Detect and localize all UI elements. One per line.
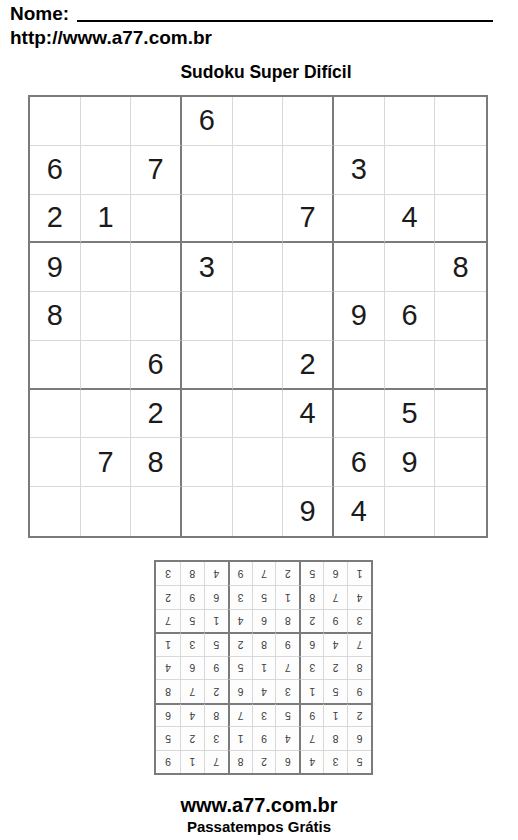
solution-cell-r3c2: 1 <box>323 703 347 726</box>
solution-cell-r8c5: 5 <box>252 585 276 608</box>
solution-cell-r5c8: 6 <box>180 656 204 679</box>
puzzle-cell-r5c2[interactable] <box>81 292 132 341</box>
puzzle-cell-r4c7[interactable] <box>334 243 385 292</box>
solution-cell-r4c6: 6 <box>228 679 252 702</box>
puzzle-cell-r2c6[interactable] <box>283 146 334 195</box>
puzzle-cell-r8c8[interactable]: 9 <box>385 438 436 487</box>
solution-cell-r1c5: 2 <box>252 750 276 773</box>
solution-cell-r6c7: 5 <box>204 632 228 655</box>
puzzle-cell-r8c1[interactable] <box>30 438 81 487</box>
solution-cell-r3c9: 6 <box>156 703 180 726</box>
solution-cell-r8c9: 2 <box>156 585 180 608</box>
solution-cell-r9c9: 3 <box>156 562 180 585</box>
puzzle-cell-r1c1[interactable] <box>30 97 81 146</box>
solution-cell-r2c2: 8 <box>323 726 347 749</box>
solution-cell-r5c9: 4 <box>156 656 180 679</box>
solution-cell-r9c8: 8 <box>180 562 204 585</box>
solution-cell-r5c3: 3 <box>299 656 323 679</box>
puzzle-cell-r6c4[interactable] <box>182 341 233 390</box>
solution-cell-r7c2: 9 <box>323 609 347 632</box>
puzzle-cell-r7c1[interactable] <box>30 390 81 439</box>
solution-cell-r4c9: 8 <box>156 679 180 702</box>
solution-cell-r3c3: 9 <box>299 703 323 726</box>
solution-cell-r6c5: 8 <box>252 632 276 655</box>
solution-cell-r7c4: 8 <box>275 609 299 632</box>
solution-grid: 5346287196874913252195378469513462788237… <box>154 560 373 775</box>
puzzle-cell-r9c3[interactable] <box>131 487 182 536</box>
puzzle-cell-r8c5[interactable] <box>233 438 284 487</box>
solution-cell-r4c1: 9 <box>347 679 371 702</box>
solution-cell-r2c7: 3 <box>204 726 228 749</box>
puzzle-cell-r8c9[interactable] <box>435 438 486 487</box>
puzzle-cell-r7c8[interactable]: 5 <box>385 390 436 439</box>
solution-cell-r8c7: 6 <box>204 585 228 608</box>
puzzle-cell-r3c4[interactable] <box>182 195 233 244</box>
puzzle-cell-r2c1[interactable]: 6 <box>30 146 81 195</box>
puzzle-cell-r6c3[interactable]: 6 <box>131 341 182 390</box>
puzzle-cell-r7c6[interactable]: 4 <box>283 390 334 439</box>
puzzle-cell-r4c4[interactable]: 3 <box>182 243 233 292</box>
solution-cell-r6c8: 3 <box>180 632 204 655</box>
puzzle-cell-r4c8[interactable] <box>385 243 436 292</box>
puzzle-cell-r2c7[interactable]: 3 <box>334 146 385 195</box>
footer-site-text: www.a77.com.br <box>0 794 518 817</box>
puzzle-cell-r4c6[interactable] <box>283 243 334 292</box>
puzzle-cell-r7c4[interactable] <box>182 390 233 439</box>
solution-cell-r1c8: 1 <box>180 750 204 773</box>
puzzle-cell-r2c4[interactable] <box>182 146 233 195</box>
solution-cell-r7c9: 7 <box>156 609 180 632</box>
puzzle-cell-r6c2[interactable] <box>81 341 132 390</box>
puzzle-cell-r2c9[interactable] <box>435 146 486 195</box>
solution-cell-r3c8: 4 <box>180 703 204 726</box>
puzzle-cell-r8c4[interactable] <box>182 438 233 487</box>
solution-cell-r7c1: 3 <box>347 609 371 632</box>
name-input-line[interactable] <box>77 4 493 22</box>
solution-cell-r8c8: 9 <box>180 585 204 608</box>
puzzle-cell-r4c9[interactable]: 8 <box>435 243 486 292</box>
puzzle-cell-r5c6[interactable] <box>283 292 334 341</box>
solution-cell-r3c6: 7 <box>228 703 252 726</box>
puzzle-grid: 6673217493889662245786994 <box>28 95 488 538</box>
puzzle-cell-r9c1[interactable] <box>30 487 81 536</box>
puzzle-cell-r6c8[interactable] <box>385 341 436 390</box>
solution-cell-r3c7: 8 <box>204 703 228 726</box>
solution-cell-r5c2: 2 <box>323 656 347 679</box>
solution-cell-r2c9: 5 <box>156 726 180 749</box>
solution-cell-r3c5: 3 <box>252 703 276 726</box>
solution-cell-r4c2: 5 <box>323 679 347 702</box>
puzzle-cell-r3c9[interactable] <box>435 195 486 244</box>
solution-cell-r4c7: 2 <box>204 679 228 702</box>
puzzle-cell-r4c1[interactable]: 9 <box>30 243 81 292</box>
puzzle-cell-r9c5[interactable] <box>233 487 284 536</box>
solution-cell-r5c7: 9 <box>204 656 228 679</box>
puzzle-cell-r4c2[interactable] <box>81 243 132 292</box>
puzzle-cell-r3c8[interactable]: 4 <box>385 195 436 244</box>
solution-cell-r3c1: 2 <box>347 703 371 726</box>
page-title: Sudoku Super Difícil <box>7 62 518 83</box>
solution-cell-r2c3: 7 <box>299 726 323 749</box>
puzzle-cell-r8c7[interactable]: 6 <box>334 438 385 487</box>
solution-cell-r5c5: 1 <box>252 656 276 679</box>
puzzle-cell-r6c5[interactable] <box>233 341 284 390</box>
puzzle-cell-r2c2[interactable] <box>81 146 132 195</box>
solution-cell-r5c1: 8 <box>347 656 371 679</box>
solution-cell-r2c1: 6 <box>347 726 371 749</box>
solution-cell-r7c5: 6 <box>252 609 276 632</box>
puzzle-cell-r5c4[interactable] <box>182 292 233 341</box>
solution-cell-r5c4: 7 <box>275 656 299 679</box>
solution-cell-r5c6: 5 <box>228 656 252 679</box>
puzzle-cell-r9c4[interactable] <box>182 487 233 536</box>
puzzle-cell-r7c9[interactable] <box>435 390 486 439</box>
solution-cell-r6c9: 1 <box>156 632 180 655</box>
solution-cell-r8c2: 7 <box>323 585 347 608</box>
puzzle-cell-r9c2[interactable] <box>81 487 132 536</box>
puzzle-cell-r5c5[interactable] <box>233 292 284 341</box>
solution-cell-r4c8: 7 <box>180 679 204 702</box>
solution-cell-r8c1: 4 <box>347 585 371 608</box>
solution-cell-r9c3: 5 <box>299 562 323 585</box>
puzzle-cell-r1c4[interactable]: 6 <box>182 97 233 146</box>
solution-cell-r6c3: 6 <box>299 632 323 655</box>
solution-cell-r1c1: 5 <box>347 750 371 773</box>
puzzle-cell-r2c8[interactable] <box>385 146 436 195</box>
puzzle-cell-r3c6[interactable]: 7 <box>283 195 334 244</box>
solution-cell-r8c3: 8 <box>299 585 323 608</box>
puzzle-cell-r3c3[interactable] <box>131 195 182 244</box>
puzzle-cell-r8c6[interactable] <box>283 438 334 487</box>
puzzle-cell-r4c3[interactable] <box>131 243 182 292</box>
name-label: Nome: <box>10 3 69 25</box>
puzzle-cell-r1c7[interactable] <box>334 97 385 146</box>
puzzle-cell-r6c6[interactable]: 2 <box>283 341 334 390</box>
puzzle-cell-r8c2[interactable]: 7 <box>81 438 132 487</box>
puzzle-cell-r3c2[interactable]: 1 <box>81 195 132 244</box>
puzzle-cell-r6c7[interactable] <box>334 341 385 390</box>
puzzle-cell-r1c5[interactable] <box>233 97 284 146</box>
solution-cell-r1c2: 3 <box>323 750 347 773</box>
puzzle-cell-r1c2[interactable] <box>81 97 132 146</box>
solution-cell-r1c6: 8 <box>228 750 252 773</box>
solution-cell-r2c5: 9 <box>252 726 276 749</box>
puzzle-cell-r6c9[interactable] <box>435 341 486 390</box>
solution-cell-r7c7: 1 <box>204 609 228 632</box>
puzzle-cell-r1c3[interactable] <box>131 97 182 146</box>
solution-cell-r9c4: 2 <box>275 562 299 585</box>
solution-cell-r1c7: 7 <box>204 750 228 773</box>
puzzle-cell-r7c3[interactable]: 2 <box>131 390 182 439</box>
solution-cell-r9c2: 6 <box>323 562 347 585</box>
solution-cell-r4c3: 1 <box>299 679 323 702</box>
solution-cell-r8c4: 1 <box>275 585 299 608</box>
puzzle-cell-r3c7[interactable] <box>334 195 385 244</box>
solution-cell-r2c8: 2 <box>180 726 204 749</box>
solution-cell-r4c5: 4 <box>252 679 276 702</box>
puzzle-cell-r1c6[interactable] <box>283 97 334 146</box>
solution-cell-r9c7: 4 <box>204 562 228 585</box>
puzzle-cell-r9c7[interactable]: 4 <box>334 487 385 536</box>
puzzle-cell-r7c2[interactable] <box>81 390 132 439</box>
puzzle-cell-r9c8[interactable] <box>385 487 436 536</box>
puzzle-cell-r5c7[interactable]: 9 <box>334 292 385 341</box>
site-url-text: http://www.a77.com.br <box>10 27 212 49</box>
solution-cell-r1c9: 9 <box>156 750 180 773</box>
puzzle-cell-r5c3[interactable] <box>131 292 182 341</box>
solution-cell-r9c1: 1 <box>347 562 371 585</box>
solution-cell-r4c4: 3 <box>275 679 299 702</box>
solution-cell-r9c6: 9 <box>228 562 252 585</box>
solution-cell-r7c8: 5 <box>180 609 204 632</box>
puzzle-cell-r5c8[interactable]: 6 <box>385 292 436 341</box>
puzzle-cell-r8c3[interactable]: 8 <box>131 438 182 487</box>
solution-cell-r2c6: 1 <box>228 726 252 749</box>
puzzle-cell-r5c9[interactable] <box>435 292 486 341</box>
solution-cell-r6c1: 7 <box>347 632 371 655</box>
solution-cell-r6c2: 4 <box>323 632 347 655</box>
puzzle-cell-r9c6[interactable]: 9 <box>283 487 334 536</box>
solution-cell-r6c6: 2 <box>228 632 252 655</box>
solution-cell-r7c3: 2 <box>299 609 323 632</box>
footer-tagline-text: Passatempos Grátis <box>0 818 518 835</box>
puzzle-cell-r5c1[interactable]: 8 <box>30 292 81 341</box>
solution-cell-r7c6: 4 <box>228 609 252 632</box>
solution-cell-r3c4: 5 <box>275 703 299 726</box>
solution-cell-r9c5: 7 <box>252 562 276 585</box>
puzzle-cell-r9c9[interactable] <box>435 487 486 536</box>
puzzle-cell-r6c1[interactable] <box>30 341 81 390</box>
puzzle-cell-r2c5[interactable] <box>233 146 284 195</box>
puzzle-cell-r3c5[interactable] <box>233 195 284 244</box>
puzzle-cell-r7c5[interactable] <box>233 390 284 439</box>
puzzle-cell-r1c9[interactable] <box>435 97 486 146</box>
solution-cell-r6c4: 9 <box>275 632 299 655</box>
puzzle-cell-r1c8[interactable] <box>385 97 436 146</box>
puzzle-cell-r3c1[interactable]: 2 <box>30 195 81 244</box>
puzzle-cell-r7c7[interactable] <box>334 390 385 439</box>
solution-cell-r1c3: 4 <box>299 750 323 773</box>
solution-cell-r2c4: 4 <box>275 726 299 749</box>
puzzle-cell-r4c5[interactable] <box>233 243 284 292</box>
solution-cell-r1c4: 6 <box>275 750 299 773</box>
puzzle-cell-r2c3[interactable]: 7 <box>131 146 182 195</box>
solution-cell-r8c6: 3 <box>228 585 252 608</box>
